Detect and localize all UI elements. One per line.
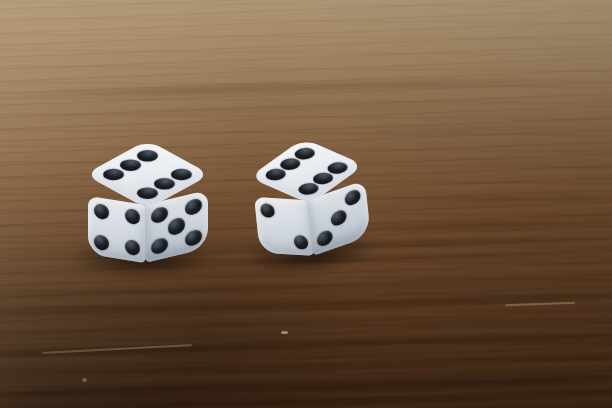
pip [151,205,167,224]
pip [316,229,333,249]
pip [345,187,362,207]
pip [125,239,140,256]
die-1-front-left-face [88,196,146,263]
pip [293,235,309,250]
pip [94,234,109,251]
pip [185,197,201,216]
pip [260,203,276,218]
die-1 [85,140,213,272]
pip [125,208,140,225]
die-2-front-left-face [254,197,315,256]
pip [330,208,347,228]
pip [151,237,167,256]
die-2 [244,132,379,274]
pip [185,228,201,247]
photo-frame [0,0,612,408]
pip [94,203,109,220]
pip [168,217,184,236]
